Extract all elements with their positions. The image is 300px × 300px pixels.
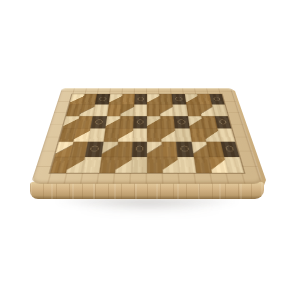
board-cell — [147, 94, 160, 105]
board-cell — [162, 157, 179, 173]
board-cell — [212, 105, 228, 116]
board-cell — [173, 105, 188, 116]
board-cell — [99, 157, 117, 173]
board-cell — [103, 128, 119, 141]
board-cell — [119, 116, 134, 128]
board-cell — [162, 142, 178, 157]
board-cell — [161, 128, 176, 141]
board-cell — [95, 94, 109, 105]
board-cell — [101, 142, 118, 157]
board-cell — [134, 94, 147, 105]
board-cell — [118, 128, 133, 141]
board-cell — [132, 142, 147, 157]
board-top-face — [31, 88, 264, 184]
board-cell — [160, 116, 175, 128]
board-cell — [197, 94, 212, 105]
board-cell — [147, 142, 162, 157]
board-cell — [116, 142, 132, 157]
board-cell — [133, 116, 147, 128]
board-cell — [69, 94, 84, 105]
board-cell — [147, 157, 163, 173]
scene — [0, 0, 300, 300]
board-cell — [220, 142, 239, 157]
board-cell — [120, 105, 134, 116]
board-cell — [203, 128, 220, 141]
board-cell — [147, 128, 162, 141]
board-cell — [134, 105, 147, 116]
board-cell — [91, 116, 107, 128]
board-cell — [115, 157, 132, 173]
board-cell — [105, 116, 120, 128]
board-cell — [107, 105, 122, 116]
board-cell — [160, 105, 174, 116]
board-cell — [74, 128, 91, 141]
board-cell — [147, 116, 161, 128]
board-cell — [159, 94, 172, 105]
board-front-edge — [30, 182, 264, 199]
board-cell — [132, 128, 147, 141]
pattern-field — [50, 94, 244, 173]
board-cell — [147, 105, 160, 116]
board-cell — [131, 157, 147, 173]
board-cell — [108, 94, 122, 105]
board-cell — [214, 116, 231, 128]
board-cell — [121, 94, 134, 105]
board-cell — [187, 116, 203, 128]
